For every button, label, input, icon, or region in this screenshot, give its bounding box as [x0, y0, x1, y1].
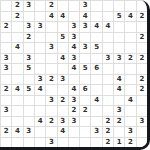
grid-cell-r14c9[interactable]: [90, 137, 101, 148]
grid-cell-r11c4[interactable]: [34, 105, 45, 116]
grid-cell-r2c9[interactable]: [90, 11, 101, 22]
clue-cell-r3c4[interactable]: 3: [34, 21, 45, 32]
clue-cell-r7c8[interactable]: 5: [79, 63, 90, 74]
grid-cell-r1c7[interactable]: [68, 0, 79, 11]
clue-cell-r9c4[interactable]: 4: [34, 84, 45, 95]
grid-cell-r10c11[interactable]: [113, 95, 124, 106]
grid-cell-r4c11[interactable]: [113, 32, 124, 43]
grid-cell-r13c7[interactable]: [68, 126, 79, 137]
grid-cell-r12c9[interactable]: [90, 116, 101, 127]
grid-cell-r10c10[interactable]: [102, 95, 113, 106]
grid-cell-r3c2[interactable]: [11, 21, 22, 32]
grid-cell-r10c8[interactable]: [79, 95, 90, 106]
clue-cell-r7c7[interactable]: 4: [68, 63, 79, 74]
grid-cell-r14c6[interactable]: [57, 137, 68, 148]
grid-cell-r3c6[interactable]: [57, 21, 68, 32]
clue-cell-r4c6[interactable]: 5: [57, 32, 68, 43]
clue-cell-r12c5[interactable]: 2: [45, 116, 56, 127]
clue-cell-r3c1[interactable]: 2: [0, 21, 11, 32]
grid-cell-r2c4[interactable]: [34, 11, 45, 22]
grid-cell-r11c13[interactable]: [136, 105, 147, 116]
clue-cell-r12c7[interactable]: 3: [68, 116, 79, 127]
grid-cell-r14c13[interactable]: [136, 137, 147, 148]
clue-cell-r12c11[interactable]: 2: [113, 116, 124, 127]
grid-cell-r5c10[interactable]: [102, 42, 113, 53]
grid-cell-r9c10[interactable]: [102, 84, 113, 95]
clue-cell-r6c1[interactable]: 3: [0, 53, 11, 64]
grid-cell-r13c4[interactable]: [34, 126, 45, 137]
clue-cell-r8c6[interactable]: 3: [57, 74, 68, 85]
clue-cell-r7c1[interactable]: 3: [0, 63, 11, 74]
grid-cell-r8c7[interactable]: [68, 74, 79, 85]
grid-cell-r14c1[interactable]: [0, 137, 11, 148]
clue-cell-r7c9[interactable]: 6: [90, 63, 101, 74]
grid-cell-r5c6[interactable]: [57, 42, 68, 53]
clue-cell-r4c3[interactable]: 2: [23, 32, 34, 43]
clue-cell-r5c9[interactable]: 5: [90, 42, 101, 53]
grid-cell-r5c11[interactable]: [113, 42, 124, 53]
grid-cell-r14c2[interactable]: [11, 137, 22, 148]
grid-cell-r4c12[interactable]: [124, 32, 135, 43]
clue-cell-r14c11[interactable]: 1: [113, 137, 124, 148]
clue-cell-r13c1[interactable]: 2: [0, 126, 11, 137]
clue-cell-r5c2[interactable]: 4: [11, 42, 22, 53]
clue-cell-r8c4[interactable]: 3: [34, 74, 45, 85]
clue-cell-r6c13[interactable]: 2: [136, 53, 147, 64]
grid-cell-r4c2[interactable]: [11, 32, 22, 43]
grid-cell-r11c2[interactable]: [11, 105, 22, 116]
clue-cell-r13c12[interactable]: 3: [124, 126, 135, 137]
grid-cell-r12c3[interactable]: [23, 116, 34, 127]
clue-cell-r3c10[interactable]: 4: [102, 21, 113, 32]
clue-cell-r5c5[interactable]: 3: [45, 42, 56, 53]
clue-cell-r4c7[interactable]: 3: [68, 32, 79, 43]
clue-cell-r2c13[interactable]: 2: [136, 11, 147, 22]
clue-cell-r1c2[interactable]: 2: [11, 0, 22, 11]
grid-cell-r7c6[interactable]: [57, 63, 68, 74]
puzzle-grid: 2323244454223333442532434353343332235456…: [0, 0, 147, 147]
grid-cell-r2c1[interactable]: [0, 11, 11, 22]
clue-cell-r2c11[interactable]: 5: [113, 11, 124, 22]
grid-cell-r3c11[interactable]: [113, 21, 124, 32]
clue-cell-r2c6[interactable]: 4: [57, 11, 68, 22]
grid-cell-r10c1[interactable]: [0, 95, 11, 106]
grid-cell-r4c9[interactable]: [90, 32, 101, 43]
grid-cell-r8c9[interactable]: [90, 74, 101, 85]
grid-cell-r11c12[interactable]: [124, 105, 135, 116]
grid-cell-r2c3[interactable]: [23, 11, 34, 22]
grid-cell-r5c1[interactable]: [0, 42, 11, 53]
grid-cell-r6c5[interactable]: [45, 53, 56, 64]
clue-cell-r10c7[interactable]: 3: [68, 95, 79, 106]
grid-cell-r9c12[interactable]: [124, 84, 135, 95]
clue-cell-r6c10[interactable]: 3: [102, 53, 113, 64]
grid-cell-r4c4[interactable]: [34, 32, 45, 43]
grid-cell-r13c5[interactable]: [45, 126, 56, 137]
clue-cell-r1c3[interactable]: 3: [23, 0, 34, 11]
clue-cell-r13c6[interactable]: 4: [57, 126, 68, 137]
grid-cell-r1c6[interactable]: [57, 0, 68, 11]
grid-cell-r14c8[interactable]: [79, 137, 90, 148]
grid-cell-r4c1[interactable]: [0, 32, 11, 43]
puzzle-board: 2323244454223333442532434353343332235456…: [0, 0, 150, 150]
clue-cell-r3c3[interactable]: 3: [23, 21, 34, 32]
clue-cell-r6c3[interactable]: 3: [23, 53, 34, 64]
grid-cell-r7c2[interactable]: [11, 63, 22, 74]
clue-cell-r2c5[interactable]: 4: [45, 11, 56, 22]
grid-cell-r14c3[interactable]: [23, 137, 34, 148]
grid-cell-r7c10[interactable]: [102, 63, 113, 74]
clue-cell-r12c6[interactable]: 3: [57, 116, 68, 127]
clue-cell-r1c5[interactable]: 2: [45, 0, 56, 11]
grid-cell-r7c5[interactable]: [45, 63, 56, 74]
clue-cell-r14c12[interactable]: 2: [124, 137, 135, 148]
clue-cell-r1c8[interactable]: 3: [79, 0, 90, 11]
clue-cell-r10c12[interactable]: 4: [124, 95, 135, 106]
clue-cell-r12c13[interactable]: 3: [136, 116, 147, 127]
grid-cell-r13c11[interactable]: [113, 126, 124, 137]
grid-cell-r3c12[interactable]: [124, 21, 135, 32]
clue-cell-r8c11[interactable]: 4: [113, 74, 124, 85]
grid-cell-r1c13[interactable]: [136, 0, 147, 11]
grid-cell-r7c4[interactable]: [34, 63, 45, 74]
grid-cell-r7c11[interactable]: [113, 63, 124, 74]
grid-cell-r5c3[interactable]: [23, 42, 34, 53]
grid-cell-r10c4[interactable]: [34, 95, 45, 106]
clue-cell-r8c5[interactable]: 2: [45, 74, 56, 85]
grid-cell-r6c8[interactable]: [79, 53, 90, 64]
clue-cell-r3c8[interactable]: 3: [79, 21, 90, 32]
clue-cell-r11c11[interactable]: 3: [113, 105, 124, 116]
clue-cell-r13c3[interactable]: 3: [23, 126, 34, 137]
clue-cell-r2c8[interactable]: 4: [79, 11, 90, 22]
grid-cell-r4c10[interactable]: [102, 32, 113, 43]
clue-cell-r11c7[interactable]: 2: [68, 105, 79, 116]
clue-cell-r14c10[interactable]: 2: [102, 137, 113, 148]
grid-cell-r13c13[interactable]: [136, 126, 147, 137]
clue-cell-r5c7[interactable]: 4: [68, 42, 79, 53]
grid-cell-r8c3[interactable]: [23, 74, 34, 85]
grid-cell-r9c6[interactable]: [57, 84, 68, 95]
clue-cell-r13c10[interactable]: 2: [102, 126, 113, 137]
clue-cell-r9c8[interactable]: 6: [79, 84, 90, 95]
grid-cell-r3c13[interactable]: [136, 21, 147, 32]
clue-cell-r3c7[interactable]: 3: [68, 21, 79, 32]
clue-cell-r6c12[interactable]: 2: [124, 53, 135, 64]
clue-cell-r6c11[interactable]: 3: [113, 53, 124, 64]
grid-cell-r11c5[interactable]: [45, 105, 56, 116]
grid-cell-r10c2[interactable]: [11, 95, 22, 106]
clue-cell-r14c5[interactable]: 3: [45, 137, 56, 148]
grid-cell-r7c13[interactable]: [136, 63, 147, 74]
grid-cell-r5c13[interactable]: [136, 42, 147, 53]
clue-cell-r9c11[interactable]: 4: [113, 84, 124, 95]
clue-cell-r9c13[interactable]: 2: [136, 84, 147, 95]
grid-cell-r1c12[interactable]: [124, 0, 135, 11]
grid-cell-r9c9[interactable]: [90, 84, 101, 95]
clue-cell-r12c4[interactable]: 4: [34, 116, 45, 127]
clue-cell-r10c6[interactable]: 2: [57, 95, 68, 106]
clue-cell-r4c13[interactable]: 2: [136, 32, 147, 43]
grid-cell-r14c7[interactable]: [68, 137, 79, 148]
grid-cell-r8c12[interactable]: [124, 74, 135, 85]
clue-cell-r2c2[interactable]: 2: [11, 11, 22, 22]
clue-cell-r9c7[interactable]: 4: [68, 84, 79, 95]
grid-cell-r5c12[interactable]: [124, 42, 135, 53]
grid-cell-r8c10[interactable]: [102, 74, 113, 85]
grid-cell-r6c2[interactable]: [11, 53, 22, 64]
grid-cell-r12c2[interactable]: [11, 116, 22, 127]
grid-cell-r11c9[interactable]: [90, 105, 101, 116]
grid-cell-r7c12[interactable]: [124, 63, 135, 74]
clue-cell-r8c13[interactable]: 2: [136, 74, 147, 85]
grid-cell-r8c1[interactable]: [0, 74, 11, 85]
clue-cell-r12c10[interactable]: 2: [102, 116, 113, 127]
clue-cell-r3c9[interactable]: 4: [90, 21, 101, 32]
grid-cell-r2c10[interactable]: [102, 11, 113, 22]
clue-cell-r5c8[interactable]: 3: [79, 42, 90, 53]
grid-cell-r9c5[interactable]: [45, 84, 56, 95]
grid-cell-r10c3[interactable]: [23, 95, 34, 106]
clue-cell-r13c9[interactable]: 3: [90, 126, 101, 137]
grid-cell-r5c4[interactable]: [34, 42, 45, 53]
clue-cell-r6c7[interactable]: 3: [68, 53, 79, 64]
grid-cell-r12c12[interactable]: [124, 116, 135, 127]
clue-cell-r6c6[interactable]: 4: [57, 53, 68, 64]
grid-cell-r8c8[interactable]: [79, 74, 90, 85]
grid-cell-r2c7[interactable]: [68, 11, 79, 22]
grid-cell-r3c5[interactable]: [45, 21, 56, 32]
grid-cell-r8c2[interactable]: [11, 74, 22, 85]
grid-cell-r1c9[interactable]: [90, 0, 101, 11]
grid-cell-r11c6[interactable]: [57, 105, 68, 116]
grid-cell-r13c8[interactable]: [79, 126, 90, 137]
clue-cell-r11c1[interactable]: 3: [0, 105, 11, 116]
grid-cell-r14c4[interactable]: [34, 137, 45, 148]
grid-cell-r11c10[interactable]: [102, 105, 113, 116]
clue-cell-r9c2[interactable]: 4: [11, 84, 22, 95]
grid-cell-r1c11[interactable]: [113, 0, 124, 11]
grid-cell-r1c1[interactable]: [0, 0, 11, 11]
grid-cell-r4c8[interactable]: [79, 32, 90, 43]
clue-cell-r10c9[interactable]: 4: [90, 95, 101, 106]
grid-cell-r11c3[interactable]: [23, 105, 34, 116]
clue-cell-r11c8[interactable]: 2: [79, 105, 90, 116]
clue-cell-r10c5[interactable]: 3: [45, 95, 56, 106]
grid-cell-r6c4[interactable]: [34, 53, 45, 64]
grid-cell-r1c10[interactable]: [102, 0, 113, 11]
grid-cell-r4c5[interactable]: [45, 32, 56, 43]
clue-cell-r9c1[interactable]: 2: [0, 84, 11, 95]
grid-cell-r12c1[interactable]: [0, 116, 11, 127]
grid-cell-r6c9[interactable]: [90, 53, 101, 64]
clue-cell-r13c2[interactable]: 4: [11, 126, 22, 137]
clue-cell-r2c12[interactable]: 4: [124, 11, 135, 22]
grid-cell-r12c8[interactable]: [79, 116, 90, 127]
grid-cell-r10c13[interactable]: [136, 95, 147, 106]
grid-cell-r1c4[interactable]: [34, 0, 45, 11]
clue-cell-r7c3[interactable]: 5: [23, 63, 34, 74]
clue-cell-r9c3[interactable]: 5: [23, 84, 34, 95]
